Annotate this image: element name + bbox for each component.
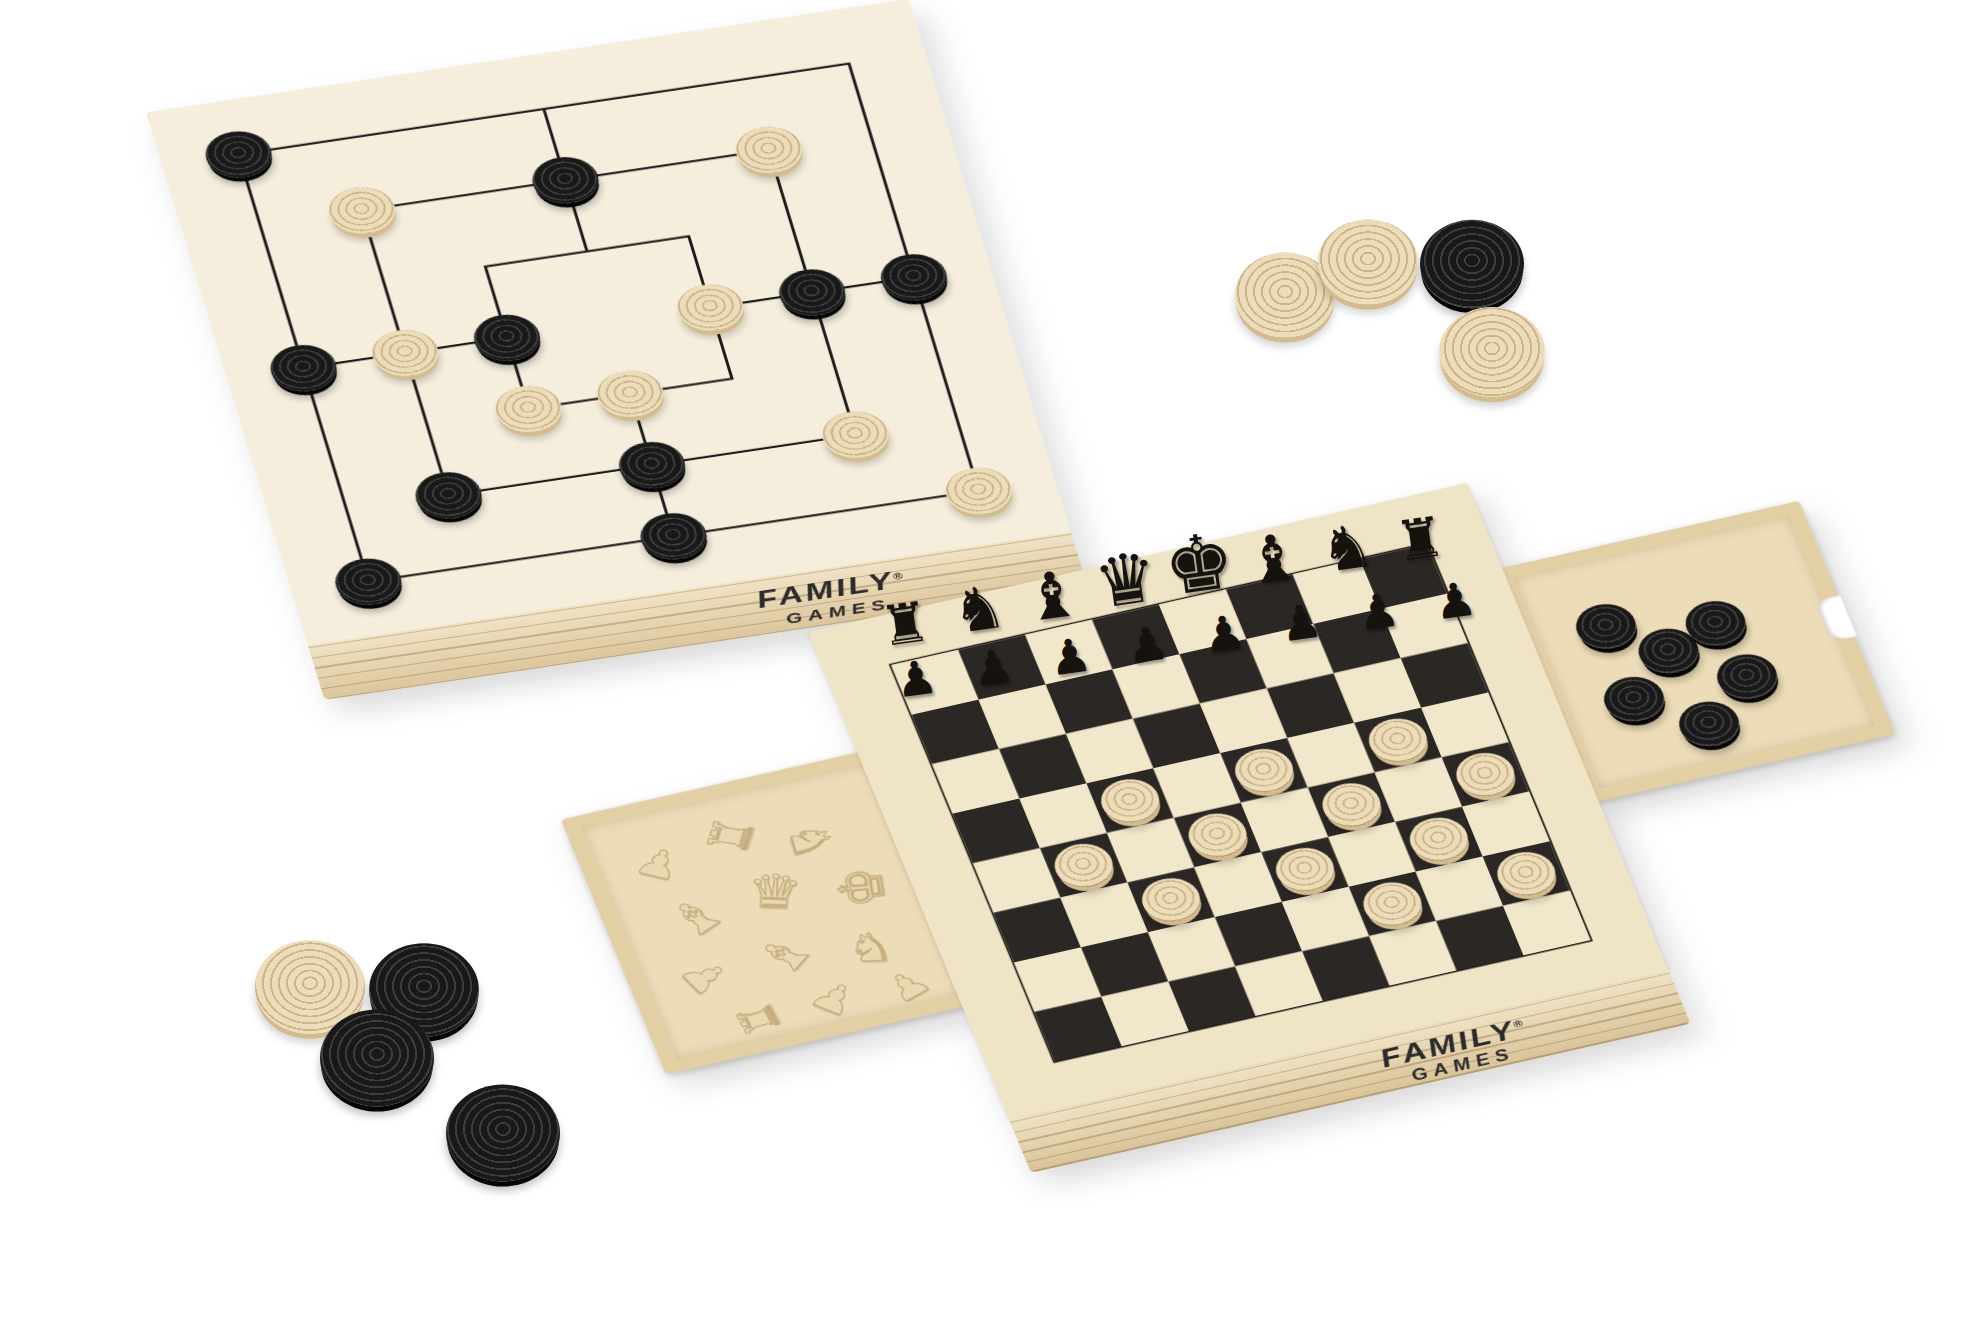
drawer-piece-white-rook[interactable]: ♜ xyxy=(699,814,763,858)
loose-checker-cream-top_right_group-2[interactable] xyxy=(1318,220,1418,305)
chess-piece-black-bishop-f8[interactable]: ♝ xyxy=(1240,523,1306,594)
mill-board-lines xyxy=(146,0,1071,646)
product-photo-canvas: FAMILY® GAMES ♟♜♞♝♛♚♟♝♞♜♟♟ FAMILY® GAMES… xyxy=(0,0,1984,1323)
chess-piece-black-rook-h8[interactable]: ♜ xyxy=(1392,508,1448,569)
drawer-checker-black-4[interactable] xyxy=(1672,696,1747,751)
chess-piece-black-pawn-f7[interactable]: ♟ xyxy=(1277,596,1325,648)
chess-piece-black-knight-g8[interactable]: ♞ xyxy=(1316,515,1378,582)
chess-piece-black-rook-a8[interactable]: ♜ xyxy=(877,594,933,655)
drawer-piece-white-pawn[interactable]: ♟ xyxy=(672,953,739,1002)
drawer-piece-white-pawn[interactable]: ♟ xyxy=(630,841,688,886)
drawer-piece-white-bishop[interactable]: ♝ xyxy=(748,928,822,982)
drawer-piece-white-pawn[interactable]: ♟ xyxy=(877,963,938,1009)
brand-reg-mark: ® xyxy=(891,570,906,582)
drawer-checker-black-3[interactable] xyxy=(1597,671,1672,726)
chess-piece-black-queen-d8[interactable]: ♛ xyxy=(1090,541,1162,619)
drawer-piece-white-queen[interactable]: ♛ xyxy=(745,868,804,916)
chess-piece-black-pawn-g7[interactable]: ♟ xyxy=(1354,585,1402,637)
mill-board-face xyxy=(146,0,1071,646)
nine-mens-morris-board: FAMILY® GAMES xyxy=(146,0,1088,701)
drawer-checker-black-5[interactable] xyxy=(1710,649,1785,704)
chess-piece-black-knight-b8[interactable]: ♞ xyxy=(948,576,1010,643)
drawer-piece-white-knight[interactable]: ♞ xyxy=(781,820,842,862)
drawer-piece-white-king[interactable]: ♚ xyxy=(829,865,895,910)
chess-piece-black-pawn-d7[interactable]: ♟ xyxy=(1123,619,1171,671)
loose-checker-cream-top_right_group-4[interactable] xyxy=(1439,307,1545,397)
drawer-piece-white-pawn[interactable]: ♟ xyxy=(803,974,866,1022)
loose-checker-black-bottom_left_group-3[interactable] xyxy=(320,1010,434,1107)
drawer-piece-white-rook[interactable]: ♜ xyxy=(729,998,790,1041)
drawer-piece-white-bishop[interactable]: ♝ xyxy=(658,889,735,947)
chess-piece-black-pawn-a7[interactable]: ♟ xyxy=(892,652,940,704)
chess-piece-black-bishop-c8[interactable]: ♝ xyxy=(1019,560,1085,631)
brand-logo-chess: FAMILY® GAMES xyxy=(1376,1014,1539,1089)
loose-checker-black-bottom_left_group-4[interactable] xyxy=(446,1085,560,1182)
chess-piece-black-king-e8[interactable]: ♚ xyxy=(1159,521,1239,608)
drawer-checker-black-1[interactable] xyxy=(1569,599,1644,654)
drawer-piece-white-knight[interactable]: ♞ xyxy=(847,928,895,968)
chess-piece-black-pawn-c7[interactable]: ♟ xyxy=(1046,630,1094,682)
chess-piece-black-pawn-b7[interactable]: ♟ xyxy=(969,641,1017,693)
loose-checker-black-top_right_group-3[interactable] xyxy=(1420,220,1524,308)
chess-piece-black-pawn-e7[interactable]: ♟ xyxy=(1200,607,1248,659)
chess-piece-black-pawn-h7[interactable]: ♟ xyxy=(1431,574,1479,626)
